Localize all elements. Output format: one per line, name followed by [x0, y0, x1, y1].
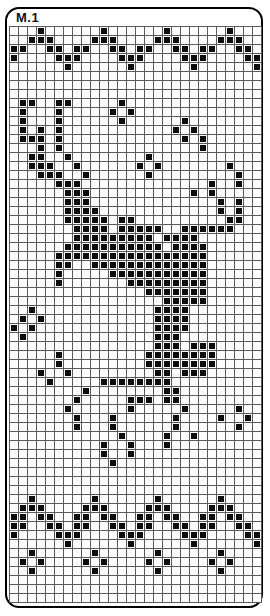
filled-stitch-cell	[199, 270, 207, 278]
empty-stitch-cell	[19, 27, 27, 35]
empty-stitch-cell	[190, 486, 198, 494]
filled-stitch-cell	[172, 288, 180, 296]
empty-stitch-cell	[37, 270, 45, 278]
empty-stitch-cell	[163, 72, 171, 80]
filled-stitch-cell	[190, 279, 198, 287]
empty-stitch-cell	[28, 369, 36, 377]
filled-stitch-cell	[208, 45, 216, 53]
empty-stitch-cell	[10, 189, 18, 197]
empty-stitch-cell	[253, 558, 261, 566]
empty-stitch-cell	[244, 135, 252, 143]
filled-stitch-cell	[19, 117, 27, 125]
empty-stitch-cell	[244, 117, 252, 125]
filled-stitch-cell	[172, 351, 180, 359]
empty-stitch-cell	[226, 324, 234, 332]
empty-stitch-cell	[217, 108, 225, 116]
empty-stitch-cell	[109, 360, 117, 368]
empty-stitch-cell	[100, 126, 108, 134]
empty-stitch-cell	[199, 594, 207, 602]
empty-stitch-cell	[136, 450, 144, 458]
filled-stitch-cell	[163, 297, 171, 305]
empty-stitch-cell	[163, 405, 171, 413]
empty-stitch-cell	[199, 90, 207, 98]
empty-stitch-cell	[37, 585, 45, 593]
empty-stitch-cell	[37, 72, 45, 80]
empty-stitch-cell	[163, 99, 171, 107]
empty-stitch-cell	[154, 81, 162, 89]
empty-stitch-cell	[118, 450, 126, 458]
empty-stitch-cell	[10, 162, 18, 170]
empty-stitch-cell	[253, 162, 261, 170]
filled-stitch-cell	[55, 99, 63, 107]
filled-stitch-cell	[118, 531, 126, 539]
filled-stitch-cell	[82, 225, 90, 233]
empty-stitch-cell	[235, 144, 243, 152]
empty-stitch-cell	[64, 432, 72, 440]
empty-stitch-cell	[235, 270, 243, 278]
empty-stitch-cell	[154, 63, 162, 71]
empty-stitch-cell	[163, 216, 171, 224]
empty-stitch-cell	[253, 450, 261, 458]
empty-stitch-cell	[181, 126, 189, 134]
empty-stitch-cell	[244, 558, 252, 566]
empty-stitch-cell	[37, 225, 45, 233]
empty-stitch-cell	[190, 27, 198, 35]
empty-stitch-cell	[28, 81, 36, 89]
empty-stitch-cell	[109, 405, 117, 413]
empty-stitch-cell	[172, 594, 180, 602]
empty-stitch-cell	[55, 333, 63, 341]
empty-stitch-cell	[244, 459, 252, 467]
filled-stitch-cell	[91, 234, 99, 242]
empty-stitch-cell	[136, 27, 144, 35]
empty-stitch-cell	[91, 270, 99, 278]
empty-stitch-cell	[55, 594, 63, 602]
filled-stitch-cell	[73, 45, 81, 53]
empty-stitch-cell	[82, 378, 90, 386]
empty-stitch-cell	[136, 432, 144, 440]
filled-stitch-cell	[154, 288, 162, 296]
filled-stitch-cell	[235, 522, 243, 530]
empty-stitch-cell	[100, 207, 108, 215]
empty-stitch-cell	[163, 63, 171, 71]
empty-stitch-cell	[127, 306, 135, 314]
empty-stitch-cell	[145, 324, 153, 332]
empty-stitch-cell	[244, 279, 252, 287]
empty-stitch-cell	[235, 108, 243, 116]
filled-stitch-cell	[172, 270, 180, 278]
filled-stitch-cell	[145, 360, 153, 368]
filled-stitch-cell	[82, 198, 90, 206]
filled-stitch-cell	[46, 45, 54, 53]
empty-stitch-cell	[10, 378, 18, 386]
empty-stitch-cell	[199, 99, 207, 107]
empty-stitch-cell	[82, 369, 90, 377]
filled-stitch-cell	[226, 162, 234, 170]
empty-stitch-cell	[118, 441, 126, 449]
filled-stitch-cell	[172, 126, 180, 134]
filled-stitch-cell	[145, 270, 153, 278]
empty-stitch-cell	[208, 450, 216, 458]
empty-stitch-cell	[190, 459, 198, 467]
filled-stitch-cell	[91, 243, 99, 251]
empty-stitch-cell	[91, 594, 99, 602]
empty-stitch-cell	[145, 594, 153, 602]
empty-stitch-cell	[73, 297, 81, 305]
filled-stitch-cell	[208, 360, 216, 368]
empty-stitch-cell	[226, 306, 234, 314]
empty-stitch-cell	[145, 117, 153, 125]
empty-stitch-cell	[28, 126, 36, 134]
filled-stitch-cell	[163, 333, 171, 341]
empty-stitch-cell	[19, 153, 27, 161]
empty-stitch-cell	[208, 216, 216, 224]
empty-stitch-cell	[19, 288, 27, 296]
empty-stitch-cell	[226, 468, 234, 476]
empty-stitch-cell	[19, 90, 27, 98]
empty-stitch-cell	[19, 531, 27, 539]
filled-stitch-cell	[190, 225, 198, 233]
filled-stitch-cell	[127, 261, 135, 269]
filled-stitch-cell	[154, 162, 162, 170]
empty-stitch-cell	[127, 36, 135, 44]
filled-stitch-cell	[163, 378, 171, 386]
filled-stitch-cell	[73, 396, 81, 404]
empty-stitch-cell	[190, 594, 198, 602]
empty-stitch-cell	[253, 135, 261, 143]
empty-stitch-cell	[64, 333, 72, 341]
filled-stitch-cell	[181, 234, 189, 242]
empty-stitch-cell	[100, 162, 108, 170]
empty-stitch-cell	[208, 324, 216, 332]
empty-stitch-cell	[64, 558, 72, 566]
empty-stitch-cell	[172, 432, 180, 440]
empty-stitch-cell	[235, 252, 243, 260]
empty-stitch-cell	[154, 135, 162, 143]
empty-stitch-cell	[64, 315, 72, 323]
filled-stitch-cell	[91, 207, 99, 215]
empty-stitch-cell	[109, 495, 117, 503]
empty-stitch-cell	[226, 117, 234, 125]
empty-stitch-cell	[208, 333, 216, 341]
empty-stitch-cell	[28, 441, 36, 449]
empty-stitch-cell	[46, 81, 54, 89]
empty-stitch-cell	[73, 567, 81, 575]
empty-stitch-cell	[208, 405, 216, 413]
filled-stitch-cell	[190, 540, 198, 548]
empty-stitch-cell	[37, 360, 45, 368]
filled-stitch-cell	[145, 513, 153, 521]
filled-stitch-cell	[163, 342, 171, 350]
empty-stitch-cell	[190, 477, 198, 485]
filled-stitch-cell	[190, 369, 198, 377]
empty-stitch-cell	[118, 171, 126, 179]
empty-stitch-cell	[172, 369, 180, 377]
empty-stitch-cell	[154, 126, 162, 134]
empty-stitch-cell	[244, 432, 252, 440]
empty-stitch-cell	[244, 297, 252, 305]
empty-stitch-cell	[82, 342, 90, 350]
empty-stitch-cell	[55, 36, 63, 44]
empty-stitch-cell	[136, 144, 144, 152]
empty-stitch-cell	[109, 162, 117, 170]
empty-stitch-cell	[235, 54, 243, 62]
empty-stitch-cell	[172, 585, 180, 593]
filled-stitch-cell	[253, 531, 261, 539]
empty-stitch-cell	[163, 531, 171, 539]
filled-stitch-cell	[163, 504, 171, 512]
empty-stitch-cell	[28, 270, 36, 278]
empty-stitch-cell	[127, 72, 135, 80]
empty-stitch-cell	[154, 207, 162, 215]
empty-stitch-cell	[64, 351, 72, 359]
empty-stitch-cell	[181, 459, 189, 467]
empty-stitch-cell	[181, 495, 189, 503]
empty-stitch-cell	[64, 108, 72, 116]
empty-stitch-cell	[28, 333, 36, 341]
empty-stitch-cell	[172, 99, 180, 107]
empty-stitch-cell	[208, 162, 216, 170]
empty-stitch-cell	[37, 198, 45, 206]
empty-stitch-cell	[100, 585, 108, 593]
empty-stitch-cell	[208, 378, 216, 386]
empty-stitch-cell	[208, 423, 216, 431]
filled-stitch-cell	[154, 378, 162, 386]
filled-stitch-cell	[244, 522, 252, 530]
empty-stitch-cell	[19, 297, 27, 305]
empty-stitch-cell	[235, 315, 243, 323]
empty-stitch-cell	[109, 549, 117, 557]
filled-stitch-cell	[190, 261, 198, 269]
filled-stitch-cell	[145, 279, 153, 287]
empty-stitch-cell	[46, 234, 54, 242]
empty-stitch-cell	[136, 576, 144, 584]
empty-stitch-cell	[73, 594, 81, 602]
empty-stitch-cell	[91, 414, 99, 422]
empty-stitch-cell	[235, 459, 243, 467]
filled-stitch-cell	[64, 54, 72, 62]
filled-stitch-cell	[163, 396, 171, 404]
empty-stitch-cell	[91, 585, 99, 593]
empty-stitch-cell	[55, 486, 63, 494]
empty-stitch-cell	[55, 306, 63, 314]
empty-stitch-cell	[82, 567, 90, 575]
empty-stitch-cell	[46, 117, 54, 125]
empty-stitch-cell	[190, 144, 198, 152]
empty-stitch-cell	[244, 108, 252, 116]
empty-stitch-cell	[190, 414, 198, 422]
empty-stitch-cell	[28, 117, 36, 125]
empty-stitch-cell	[145, 405, 153, 413]
empty-stitch-cell	[244, 540, 252, 548]
empty-stitch-cell	[163, 567, 171, 575]
filled-stitch-cell	[181, 315, 189, 323]
empty-stitch-cell	[136, 81, 144, 89]
empty-stitch-cell	[163, 171, 171, 179]
filled-stitch-cell	[217, 567, 225, 575]
empty-stitch-cell	[244, 477, 252, 485]
empty-stitch-cell	[91, 108, 99, 116]
empty-stitch-cell	[253, 360, 261, 368]
empty-stitch-cell	[19, 189, 27, 197]
filled-stitch-cell	[55, 252, 63, 260]
empty-stitch-cell	[244, 270, 252, 278]
empty-stitch-cell	[118, 585, 126, 593]
filled-stitch-cell	[109, 459, 117, 467]
empty-stitch-cell	[136, 387, 144, 395]
empty-stitch-cell	[37, 234, 45, 242]
empty-stitch-cell	[244, 171, 252, 179]
empty-stitch-cell	[217, 252, 225, 260]
empty-stitch-cell	[28, 225, 36, 233]
filled-stitch-cell	[226, 513, 234, 521]
empty-stitch-cell	[73, 360, 81, 368]
empty-stitch-cell	[235, 378, 243, 386]
empty-stitch-cell	[19, 270, 27, 278]
filled-stitch-cell	[217, 504, 225, 512]
empty-stitch-cell	[118, 486, 126, 494]
empty-stitch-cell	[64, 585, 72, 593]
empty-stitch-cell	[217, 324, 225, 332]
empty-stitch-cell	[55, 405, 63, 413]
empty-stitch-cell	[136, 153, 144, 161]
empty-stitch-cell	[109, 333, 117, 341]
empty-stitch-cell	[235, 189, 243, 197]
empty-stitch-cell	[154, 450, 162, 458]
filled-stitch-cell	[82, 234, 90, 242]
filled-stitch-cell	[82, 513, 90, 521]
empty-stitch-cell	[37, 297, 45, 305]
empty-stitch-cell	[217, 387, 225, 395]
empty-stitch-cell	[145, 342, 153, 350]
empty-stitch-cell	[235, 531, 243, 539]
empty-stitch-cell	[37, 576, 45, 584]
empty-stitch-cell	[199, 180, 207, 188]
empty-stitch-cell	[118, 162, 126, 170]
empty-stitch-cell	[181, 81, 189, 89]
empty-stitch-cell	[109, 81, 117, 89]
empty-stitch-cell	[46, 432, 54, 440]
empty-stitch-cell	[91, 54, 99, 62]
filled-stitch-cell	[145, 171, 153, 179]
filled-stitch-cell	[181, 360, 189, 368]
filled-stitch-cell	[190, 270, 198, 278]
empty-stitch-cell	[109, 324, 117, 332]
empty-stitch-cell	[82, 594, 90, 602]
empty-stitch-cell	[55, 288, 63, 296]
empty-stitch-cell	[226, 108, 234, 116]
filled-stitch-cell	[73, 180, 81, 188]
filled-stitch-cell	[172, 261, 180, 269]
empty-stitch-cell	[73, 477, 81, 485]
empty-stitch-cell	[154, 72, 162, 80]
filled-stitch-cell	[235, 198, 243, 206]
empty-stitch-cell	[127, 567, 135, 575]
empty-stitch-cell	[235, 99, 243, 107]
empty-stitch-cell	[181, 504, 189, 512]
empty-stitch-cell	[37, 441, 45, 449]
empty-stitch-cell	[244, 198, 252, 206]
empty-stitch-cell	[154, 486, 162, 494]
empty-stitch-cell	[28, 450, 36, 458]
empty-stitch-cell	[55, 315, 63, 323]
empty-stitch-cell	[82, 99, 90, 107]
empty-stitch-cell	[226, 477, 234, 485]
empty-stitch-cell	[91, 387, 99, 395]
empty-stitch-cell	[10, 234, 18, 242]
empty-stitch-cell	[37, 252, 45, 260]
empty-stitch-cell	[37, 594, 45, 602]
empty-stitch-cell	[91, 558, 99, 566]
empty-stitch-cell	[46, 270, 54, 278]
empty-stitch-cell	[19, 342, 27, 350]
filled-stitch-cell	[208, 189, 216, 197]
empty-stitch-cell	[91, 153, 99, 161]
empty-stitch-cell	[73, 540, 81, 548]
empty-stitch-cell	[73, 333, 81, 341]
empty-stitch-cell	[19, 567, 27, 575]
empty-stitch-cell	[91, 477, 99, 485]
filled-stitch-cell	[109, 234, 117, 242]
filled-stitch-cell	[46, 378, 54, 386]
empty-stitch-cell	[199, 423, 207, 431]
empty-stitch-cell	[190, 450, 198, 458]
empty-stitch-cell	[163, 198, 171, 206]
empty-stitch-cell	[154, 414, 162, 422]
filled-stitch-cell	[28, 99, 36, 107]
empty-stitch-cell	[19, 306, 27, 314]
empty-stitch-cell	[181, 513, 189, 521]
empty-stitch-cell	[154, 468, 162, 476]
empty-stitch-cell	[46, 306, 54, 314]
empty-stitch-cell	[163, 225, 171, 233]
filled-stitch-cell	[64, 180, 72, 188]
empty-stitch-cell	[145, 495, 153, 503]
filled-stitch-cell	[172, 297, 180, 305]
empty-stitch-cell	[244, 81, 252, 89]
empty-stitch-cell	[64, 126, 72, 134]
empty-stitch-cell	[91, 369, 99, 377]
empty-stitch-cell	[208, 567, 216, 575]
empty-stitch-cell	[55, 459, 63, 467]
empty-stitch-cell	[109, 288, 117, 296]
empty-stitch-cell	[244, 495, 252, 503]
empty-stitch-cell	[199, 585, 207, 593]
empty-stitch-cell	[136, 180, 144, 188]
empty-stitch-cell	[73, 63, 81, 71]
empty-stitch-cell	[136, 72, 144, 80]
empty-stitch-cell	[145, 450, 153, 458]
filled-stitch-cell	[28, 306, 36, 314]
empty-stitch-cell	[154, 522, 162, 530]
empty-stitch-cell	[208, 576, 216, 584]
empty-stitch-cell	[109, 432, 117, 440]
empty-stitch-cell	[244, 225, 252, 233]
empty-stitch-cell	[10, 135, 18, 143]
empty-stitch-cell	[163, 90, 171, 98]
empty-stitch-cell	[10, 207, 18, 215]
empty-stitch-cell	[109, 594, 117, 602]
empty-stitch-cell	[172, 477, 180, 485]
empty-stitch-cell	[235, 504, 243, 512]
empty-stitch-cell	[118, 153, 126, 161]
empty-stitch-cell	[118, 459, 126, 467]
empty-stitch-cell	[37, 63, 45, 71]
empty-stitch-cell	[118, 36, 126, 44]
filled-stitch-cell	[82, 45, 90, 53]
filled-stitch-cell	[190, 243, 198, 251]
empty-stitch-cell	[46, 216, 54, 224]
